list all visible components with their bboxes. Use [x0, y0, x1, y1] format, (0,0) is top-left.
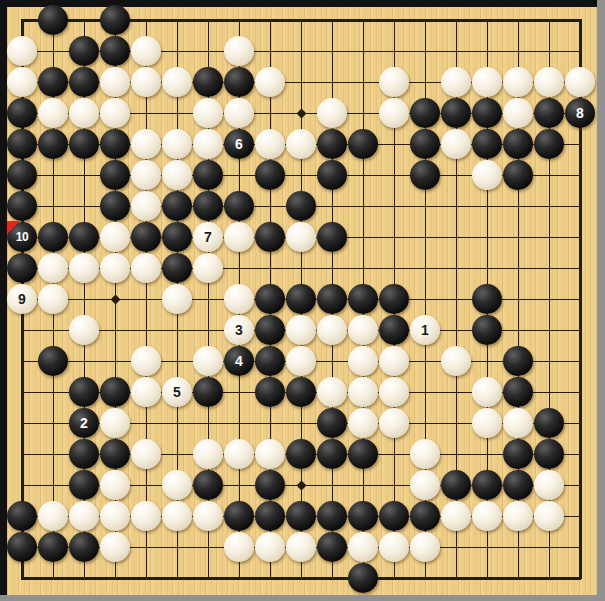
stone-black-r13-c7[interactable] — [193, 377, 223, 407]
stone-white-r11-c14[interactable]: 1 — [410, 315, 440, 345]
stone-black-r18-c1[interactable] — [7, 532, 37, 562]
stone-white-r11-c12[interactable] — [348, 315, 378, 345]
stone-black-r3-c8[interactable] — [224, 67, 254, 97]
stone-white-r18-c8[interactable] — [224, 532, 254, 562]
stone-white-r17-c7[interactable] — [193, 501, 223, 531]
stone-black-r13-c10[interactable] — [286, 377, 316, 407]
stone-white-r12-c5[interactable] — [131, 346, 161, 376]
stone-white-r13-c16[interactable] — [472, 377, 502, 407]
stone-black-r7-c10[interactable] — [286, 191, 316, 221]
stone-white-r17-c2[interactable] — [38, 501, 68, 531]
stone-black-r7-c6[interactable] — [162, 191, 192, 221]
stone-white-r17-c16[interactable] — [472, 501, 502, 531]
stone-black-r17-c1[interactable] — [7, 501, 37, 531]
stone-black-r12-c9[interactable] — [255, 346, 285, 376]
stone-white-r4-c4[interactable] — [100, 98, 130, 128]
stone-white-r16-c18[interactable] — [534, 470, 564, 500]
stone-white-r8-c4[interactable] — [100, 222, 130, 252]
move-number-label: 5 — [173, 385, 181, 399]
stone-white-r8-c7[interactable]: 7 — [193, 222, 223, 252]
stone-black-r5-c3[interactable] — [69, 129, 99, 159]
stone-black-r12-c17[interactable] — [503, 346, 533, 376]
stone-black-r15-c3[interactable] — [69, 439, 99, 469]
move-number-label: 7 — [204, 230, 212, 244]
stone-white-r8-c10[interactable] — [286, 222, 316, 252]
stone-white-r18-c13[interactable] — [379, 532, 409, 562]
stone-white-r11-c11[interactable] — [317, 315, 347, 345]
stone-black-r3-c3[interactable] — [69, 67, 99, 97]
stone-white-r18-c10[interactable] — [286, 532, 316, 562]
stone-black-r16-c16[interactable] — [472, 470, 502, 500]
stone-white-r4-c17[interactable] — [503, 98, 533, 128]
stone-white-r18-c9[interactable] — [255, 532, 285, 562]
stone-black-r2-c3[interactable] — [69, 36, 99, 66]
stone-black-r15-c18[interactable] — [534, 439, 564, 469]
stone-white-r6-c6[interactable] — [162, 160, 192, 190]
stone-black-r5-c8[interactable]: 6 — [224, 129, 254, 159]
stone-black-r16-c3[interactable] — [69, 470, 99, 500]
stone-white-r12-c7[interactable] — [193, 346, 223, 376]
stone-white-r9-c5[interactable] — [131, 253, 161, 283]
stone-black-r7-c1[interactable] — [7, 191, 37, 221]
stone-white-r15-c8[interactable] — [224, 439, 254, 469]
stone-white-r15-c14[interactable] — [410, 439, 440, 469]
stone-white-r17-c15[interactable] — [441, 501, 471, 531]
stone-white-r16-c4[interactable] — [100, 470, 130, 500]
stone-white-r3-c19[interactable] — [565, 67, 595, 97]
stone-black-r16-c9[interactable] — [255, 470, 285, 500]
stone-white-r2-c8[interactable] — [224, 36, 254, 66]
stone-black-r4-c18[interactable] — [534, 98, 564, 128]
stone-black-r6-c17[interactable] — [503, 160, 533, 190]
stone-white-r9-c2[interactable] — [38, 253, 68, 283]
stone-black-r2-c4[interactable] — [100, 36, 130, 66]
stone-black-r8-c3[interactable] — [69, 222, 99, 252]
stone-white-r4-c2[interactable] — [38, 98, 68, 128]
stone-black-r10-c16[interactable] — [472, 284, 502, 314]
stone-black-r17-c11[interactable] — [317, 501, 347, 531]
stone-black-r4-c19[interactable]: 8 — [565, 98, 595, 128]
stone-white-r5-c6[interactable] — [162, 129, 192, 159]
stone-black-r7-c4[interactable] — [100, 191, 130, 221]
stone-white-r13-c13[interactable] — [379, 377, 409, 407]
stone-black-r5-c4[interactable] — [100, 129, 130, 159]
stone-black-r4-c16[interactable] — [472, 98, 502, 128]
stone-black-r8-c2[interactable] — [38, 222, 68, 252]
stone-white-r12-c15[interactable] — [441, 346, 471, 376]
stone-black-r15-c4[interactable] — [100, 439, 130, 469]
stone-white-r9-c4[interactable] — [100, 253, 130, 283]
stone-white-r15-c5[interactable] — [131, 439, 161, 469]
stone-black-r13-c9[interactable] — [255, 377, 285, 407]
stone-white-r13-c12[interactable] — [348, 377, 378, 407]
stone-white-r4-c7[interactable] — [193, 98, 223, 128]
stone-white-r13-c5[interactable] — [131, 377, 161, 407]
stone-white-r3-c15[interactable] — [441, 67, 471, 97]
stone-black-r13-c4[interactable] — [100, 377, 130, 407]
stone-black-r18-c2[interactable] — [38, 532, 68, 562]
stone-black-r14-c3[interactable]: 2 — [69, 408, 99, 438]
stone-white-r13-c6[interactable]: 5 — [162, 377, 192, 407]
go-board-screenshot: 86107931452 — [0, 0, 605, 601]
stone-black-r5-c17[interactable] — [503, 129, 533, 159]
stone-white-r14-c12[interactable] — [348, 408, 378, 438]
stone-white-r18-c4[interactable] — [100, 532, 130, 562]
stone-black-r15-c11[interactable] — [317, 439, 347, 469]
stone-white-r5-c10[interactable] — [286, 129, 316, 159]
stone-black-r6-c14[interactable] — [410, 160, 440, 190]
stone-white-r7-c5[interactable] — [131, 191, 161, 221]
stone-white-r17-c17[interactable] — [503, 501, 533, 531]
stone-black-r16-c7[interactable] — [193, 470, 223, 500]
stone-black-r17-c8[interactable] — [224, 501, 254, 531]
stone-black-r9-c1[interactable] — [7, 253, 37, 283]
move-number-label: 3 — [235, 323, 243, 337]
stone-white-r10-c6[interactable] — [162, 284, 192, 314]
stone-black-r6-c11[interactable] — [317, 160, 347, 190]
stone-white-r17-c18[interactable] — [534, 501, 564, 531]
stone-white-r10-c8[interactable] — [224, 284, 254, 314]
stone-white-r2-c1[interactable] — [7, 36, 37, 66]
stone-white-r17-c5[interactable] — [131, 501, 161, 531]
stone-black-r5-c12[interactable] — [348, 129, 378, 159]
stone-white-r15-c9[interactable] — [255, 439, 285, 469]
stone-black-r9-c6[interactable] — [162, 253, 192, 283]
stone-black-r14-c11[interactable] — [317, 408, 347, 438]
stone-black-r15-c10[interactable] — [286, 439, 316, 469]
stone-black-r7-c8[interactable] — [224, 191, 254, 221]
stone-white-r5-c5[interactable] — [131, 129, 161, 159]
stone-black-r3-c7[interactable] — [193, 67, 223, 97]
stone-black-r5-c11[interactable] — [317, 129, 347, 159]
stone-white-r5-c9[interactable] — [255, 129, 285, 159]
stone-white-r4-c8[interactable] — [224, 98, 254, 128]
stone-black-r5-c16[interactable] — [472, 129, 502, 159]
stone-white-r16-c6[interactable] — [162, 470, 192, 500]
stone-black-r11-c16[interactable] — [472, 315, 502, 345]
stone-white-r3-c18[interactable] — [534, 67, 564, 97]
stone-black-r8-c9[interactable] — [255, 222, 285, 252]
stone-white-r3-c5[interactable] — [131, 67, 161, 97]
stone-black-r17-c13[interactable] — [379, 501, 409, 531]
stone-black-r5-c2[interactable] — [38, 129, 68, 159]
move-number-label: 2 — [80, 416, 88, 430]
stone-white-r3-c17[interactable] — [503, 67, 533, 97]
stone-white-r13-c11[interactable] — [317, 377, 347, 407]
stone-black-r18-c3[interactable] — [69, 532, 99, 562]
stone-white-r3-c9[interactable] — [255, 67, 285, 97]
stone-white-r12-c10[interactable] — [286, 346, 316, 376]
stone-black-r6-c9[interactable] — [255, 160, 285, 190]
stone-white-r17-c3[interactable] — [69, 501, 99, 531]
stone-black-r11-c9[interactable] — [255, 315, 285, 345]
stone-white-r10-c1[interactable]: 9 — [7, 284, 37, 314]
grid-line-horizontal — [21, 577, 581, 580]
stone-white-r12-c12[interactable] — [348, 346, 378, 376]
stone-black-r1-c2[interactable] — [38, 5, 68, 35]
stone-white-r6-c16[interactable] — [472, 160, 502, 190]
stone-black-r14-c18[interactable] — [534, 408, 564, 438]
stone-black-r6-c7[interactable] — [193, 160, 223, 190]
stone-white-r9-c3[interactable] — [69, 253, 99, 283]
stone-black-r4-c1[interactable] — [7, 98, 37, 128]
window-frame-right — [597, 0, 605, 601]
stone-white-r8-c8[interactable] — [224, 222, 254, 252]
stone-black-r8-c11[interactable] — [317, 222, 347, 252]
stone-black-r15-c17[interactable] — [503, 439, 533, 469]
stone-white-r12-c13[interactable] — [379, 346, 409, 376]
move-number-label: 6 — [235, 137, 243, 151]
stone-black-r17-c10[interactable] — [286, 501, 316, 531]
stone-white-r3-c4[interactable] — [100, 67, 130, 97]
move-number-label: 8 — [576, 106, 584, 120]
stone-black-r19-c12[interactable] — [348, 563, 378, 593]
stone-white-r4-c11[interactable] — [317, 98, 347, 128]
stone-white-r2-c5[interactable] — [131, 36, 161, 66]
stone-white-r3-c6[interactable] — [162, 67, 192, 97]
stone-white-r11-c3[interactable] — [69, 315, 99, 345]
stone-black-r11-c13[interactable] — [379, 315, 409, 345]
stone-black-r13-c3[interactable] — [69, 377, 99, 407]
stone-white-r17-c6[interactable] — [162, 501, 192, 531]
stone-black-r7-c7[interactable] — [193, 191, 223, 221]
stone-white-r18-c12[interactable] — [348, 532, 378, 562]
stone-white-r15-c7[interactable] — [193, 439, 223, 469]
stone-black-r10-c11[interactable] — [317, 284, 347, 314]
move-number-label: 9 — [18, 292, 26, 306]
stone-black-r1-c4[interactable] — [100, 5, 130, 35]
stone-white-r17-c4[interactable] — [100, 501, 130, 531]
stone-black-r5-c1[interactable] — [7, 129, 37, 159]
stone-black-r13-c17[interactable] — [503, 377, 533, 407]
stone-white-r5-c15[interactable] — [441, 129, 471, 159]
stone-black-r15-c12[interactable] — [348, 439, 378, 469]
stone-white-r3-c13[interactable] — [379, 67, 409, 97]
stone-white-r6-c5[interactable] — [131, 160, 161, 190]
stone-white-r4-c13[interactable] — [379, 98, 409, 128]
stone-black-r10-c9[interactable] — [255, 284, 285, 314]
stone-black-r6-c1[interactable] — [7, 160, 37, 190]
stone-black-r17-c14[interactable] — [410, 501, 440, 531]
stone-white-r14-c13[interactable] — [379, 408, 409, 438]
stone-black-r4-c15[interactable] — [441, 98, 471, 128]
move-number-label: 1 — [421, 323, 429, 337]
stone-black-r16-c17[interactable] — [503, 470, 533, 500]
stone-white-r18-c14[interactable] — [410, 532, 440, 562]
stone-black-r4-c14[interactable] — [410, 98, 440, 128]
stone-white-r4-c3[interactable] — [69, 98, 99, 128]
stone-black-r16-c15[interactable] — [441, 470, 471, 500]
stone-white-r10-c2[interactable] — [38, 284, 68, 314]
stone-white-r3-c16[interactable] — [472, 67, 502, 97]
stone-black-r8-c5[interactable] — [131, 222, 161, 252]
move-number-label: 4 — [235, 354, 243, 368]
stone-black-r10-c10[interactable] — [286, 284, 316, 314]
stone-black-r18-c11[interactable] — [317, 532, 347, 562]
stone-black-r5-c14[interactable] — [410, 129, 440, 159]
stone-white-r5-c7[interactable] — [193, 129, 223, 159]
stone-black-r12-c8[interactable]: 4 — [224, 346, 254, 376]
stone-white-r3-c1[interactable] — [7, 67, 37, 97]
stone-white-r9-c7[interactable] — [193, 253, 223, 283]
stone-black-r3-c2[interactable] — [38, 67, 68, 97]
stone-white-r14-c16[interactable] — [472, 408, 502, 438]
stone-white-r16-c14[interactable] — [410, 470, 440, 500]
stone-black-r12-c2[interactable] — [38, 346, 68, 376]
red-triangle-marker — [7, 221, 20, 234]
stone-black-r5-c18[interactable] — [534, 129, 564, 159]
stone-black-r10-c13[interactable] — [379, 284, 409, 314]
stone-white-r14-c17[interactable] — [503, 408, 533, 438]
stone-black-r8-c6[interactable] — [162, 222, 192, 252]
stone-black-r17-c12[interactable] — [348, 501, 378, 531]
stone-white-r11-c8[interactable]: 3 — [224, 315, 254, 345]
stone-black-r10-c12[interactable] — [348, 284, 378, 314]
stone-white-r11-c10[interactable] — [286, 315, 316, 345]
stone-black-r6-c4[interactable] — [100, 160, 130, 190]
stone-white-r14-c4[interactable] — [100, 408, 130, 438]
stone-black-r17-c9[interactable] — [255, 501, 285, 531]
window-frame-bottom — [0, 595, 605, 601]
